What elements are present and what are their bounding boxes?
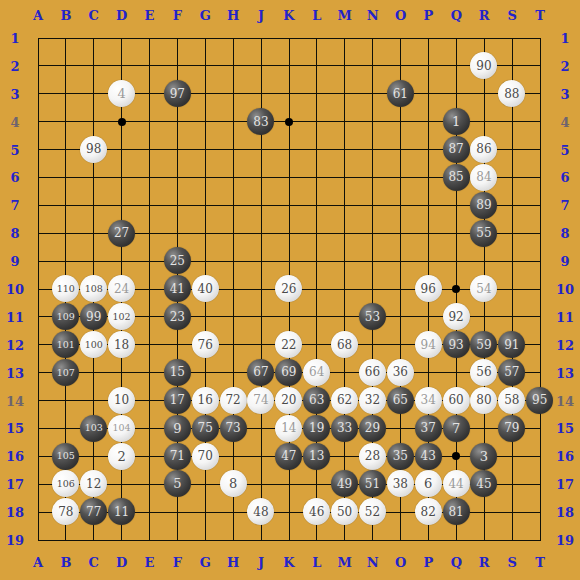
coord-label-left-13: 13 xyxy=(6,366,24,379)
white-stone-56: 56 xyxy=(470,359,497,386)
intersection-M14: 62 xyxy=(331,386,359,414)
move-number: 28 xyxy=(365,450,380,462)
coord-label-bottom-C: C xyxy=(89,556,99,569)
intersection-K16: 47 xyxy=(275,442,303,470)
black-stone-65: 65 xyxy=(387,387,414,414)
move-number: 24 xyxy=(114,283,129,295)
move-number: 13 xyxy=(309,450,324,462)
intersection-R14: 80 xyxy=(470,386,498,414)
coord-label-bottom-M: M xyxy=(338,556,352,569)
board-grid[interactable]: 1234567891011121314151617181920222324252… xyxy=(24,24,554,554)
move-number: 67 xyxy=(253,366,268,378)
black-stone-47: 47 xyxy=(275,443,302,470)
move-number: 70 xyxy=(198,450,213,462)
move-number: 102 xyxy=(113,312,131,322)
white-stone-16: 16 xyxy=(192,387,219,414)
coord-label-left-18: 18 xyxy=(6,506,24,519)
move-number: 27 xyxy=(114,227,129,239)
coord-label-top-S: S xyxy=(507,9,516,22)
intersection-K10: 26 xyxy=(275,275,303,303)
coord-label-top-M: M xyxy=(338,9,352,22)
intersection-D14: 10 xyxy=(108,386,136,414)
coord-label-top-E: E xyxy=(145,9,155,22)
intersection-C5: 98 xyxy=(80,136,108,164)
coord-label-bottom-F: F xyxy=(173,556,182,569)
intersection-P15: 37 xyxy=(414,414,442,442)
move-number: 88 xyxy=(504,88,519,100)
move-number: 47 xyxy=(281,450,296,462)
move-number: 87 xyxy=(448,143,463,155)
coord-label-bottom-R: R xyxy=(479,556,490,569)
coord-label-right-12: 12 xyxy=(556,338,574,351)
coord-label-bottom-E: E xyxy=(145,556,155,569)
coord-label-bottom-Q: Q xyxy=(451,556,462,569)
intersection-C11: 99 xyxy=(80,303,108,331)
move-number: 32 xyxy=(365,394,380,406)
intersection-D15: 104 xyxy=(108,414,136,442)
coord-label-right-17: 17 xyxy=(556,478,574,491)
intersection-O14: 65 xyxy=(386,386,414,414)
move-number: 65 xyxy=(393,394,408,406)
intersection-M15: 33 xyxy=(331,414,359,442)
move-number: 55 xyxy=(476,227,491,239)
white-stone-44: 44 xyxy=(443,470,470,497)
intersection-D16: 2 xyxy=(108,442,136,470)
white-stone-18: 18 xyxy=(108,331,135,358)
intersection-F3: 97 xyxy=(163,80,191,108)
move-number: 85 xyxy=(448,171,463,183)
intersection-S3: 88 xyxy=(498,80,526,108)
black-stone-57: 57 xyxy=(498,359,525,386)
intersection-C10: 108 xyxy=(80,275,108,303)
coord-label-bottom-K: K xyxy=(283,556,294,569)
coord-label-top-F: F xyxy=(173,9,182,22)
intersection-S15: 79 xyxy=(498,414,526,442)
white-stone-92: 92 xyxy=(443,303,470,330)
intersection-F14: 17 xyxy=(163,386,191,414)
coord-label-top-K: K xyxy=(283,9,294,22)
move-number: 86 xyxy=(476,143,491,155)
intersection-D12: 18 xyxy=(108,331,136,359)
white-stone-20: 20 xyxy=(275,387,302,414)
intersection-F17: 5 xyxy=(163,470,191,498)
white-stone-104: 104 xyxy=(108,415,135,442)
coord-label-bottom-H: H xyxy=(227,556,239,569)
white-stone-102: 102 xyxy=(108,303,135,330)
intersection-P17: 6 xyxy=(414,470,442,498)
black-stone-71: 71 xyxy=(164,443,191,470)
intersection-C12: 100 xyxy=(80,331,108,359)
white-stone-94: 94 xyxy=(415,331,442,358)
move-number: 98 xyxy=(86,143,101,155)
move-number: 107 xyxy=(57,368,75,378)
white-stone-32: 32 xyxy=(359,387,386,414)
white-stone-8: 8 xyxy=(220,470,247,497)
white-stone-36: 36 xyxy=(387,359,414,386)
coord-label-left-1: 1 xyxy=(10,32,19,45)
white-stone-84: 84 xyxy=(470,164,497,191)
intersection-P16: 43 xyxy=(414,442,442,470)
intersection-Q5: 87 xyxy=(442,136,470,164)
coord-label-right-8: 8 xyxy=(560,227,569,240)
intersection-H14: 72 xyxy=(219,386,247,414)
black-stone-93: 93 xyxy=(443,331,470,358)
intersection-R7: 89 xyxy=(470,191,498,219)
black-stone-45: 45 xyxy=(470,470,497,497)
coord-label-right-15: 15 xyxy=(556,422,574,435)
coord-label-left-5: 5 xyxy=(10,143,19,156)
coord-label-top-P: P xyxy=(424,9,434,22)
black-stone-67: 67 xyxy=(247,359,274,386)
black-stone-89: 89 xyxy=(470,192,497,219)
coord-label-right-10: 10 xyxy=(556,283,574,296)
black-stone-107: 107 xyxy=(52,359,79,386)
intersection-G15: 75 xyxy=(191,414,219,442)
coord-label-top-A: A xyxy=(33,9,43,22)
move-number: 12 xyxy=(86,478,101,490)
move-number: 25 xyxy=(170,255,185,267)
move-number: 38 xyxy=(393,478,408,490)
move-number: 94 xyxy=(421,339,436,351)
white-stone-14: 14 xyxy=(275,415,302,442)
coord-label-right-3: 3 xyxy=(560,87,569,100)
move-number: 103 xyxy=(85,423,103,433)
coord-label-top-T: T xyxy=(535,9,545,22)
white-stone-86: 86 xyxy=(470,136,497,163)
intersection-Q15: 7 xyxy=(442,414,470,442)
intersection-L13: 64 xyxy=(303,359,331,387)
move-number: 48 xyxy=(253,506,268,518)
black-stone-63: 63 xyxy=(303,387,330,414)
intersection-N11: 53 xyxy=(359,303,387,331)
coord-label-top-R: R xyxy=(479,9,490,22)
go-board[interactable]: AABBCCDDEEFFGGHHJJKKLLMMNNOOPPQQRRSSTT11… xyxy=(0,0,580,580)
white-stone-100: 100 xyxy=(80,331,107,358)
black-stone-25: 25 xyxy=(164,247,191,274)
move-number: 80 xyxy=(476,394,491,406)
intersection-J13: 67 xyxy=(247,359,275,387)
move-number: 104 xyxy=(113,423,131,433)
intersection-B12: 101 xyxy=(52,331,80,359)
coord-label-right-16: 16 xyxy=(556,450,574,463)
move-number: 84 xyxy=(476,171,491,183)
move-number: 92 xyxy=(448,311,463,323)
coord-label-left-11: 11 xyxy=(6,310,24,323)
coord-label-left-19: 19 xyxy=(6,534,24,547)
white-stone-76: 76 xyxy=(192,331,219,358)
intersection-Q18: 81 xyxy=(442,498,470,526)
black-stone-29: 29 xyxy=(359,415,386,442)
white-stone-34: 34 xyxy=(415,387,442,414)
move-number: 83 xyxy=(253,116,268,128)
move-number: 2 xyxy=(117,450,125,463)
white-stone-80: 80 xyxy=(470,387,497,414)
white-stone-40: 40 xyxy=(192,275,219,302)
intersection-B11: 109 xyxy=(52,303,80,331)
coord-label-bottom-P: P xyxy=(424,556,434,569)
coord-label-bottom-T: T xyxy=(535,556,545,569)
intersection-F10: 41 xyxy=(163,275,191,303)
intersection-C17: 12 xyxy=(80,470,108,498)
move-number: 1 xyxy=(452,115,460,128)
move-number: 69 xyxy=(281,366,296,378)
move-number: 56 xyxy=(476,366,491,378)
coord-label-top-G: G xyxy=(200,9,211,22)
intersection-D3: 4 xyxy=(108,80,136,108)
coord-label-top-H: H xyxy=(227,9,239,22)
black-stone-27: 27 xyxy=(108,220,135,247)
intersection-R13: 56 xyxy=(470,359,498,387)
coord-label-top-O: O xyxy=(395,9,406,22)
black-stone-101: 101 xyxy=(52,331,79,358)
move-number: 4 xyxy=(117,87,125,100)
move-number: 78 xyxy=(58,506,73,518)
intersection-O13: 36 xyxy=(386,359,414,387)
coord-label-left-12: 12 xyxy=(6,338,24,351)
black-stone-51: 51 xyxy=(359,470,386,497)
move-number: 10 xyxy=(114,394,129,406)
move-number: 3 xyxy=(480,450,488,463)
coord-label-bottom-D: D xyxy=(116,556,127,569)
white-stone-108: 108 xyxy=(80,275,107,302)
move-number: 29 xyxy=(365,422,380,434)
intersection-F16: 71 xyxy=(163,442,191,470)
intersection-M12: 68 xyxy=(331,331,359,359)
intersection-J14: 74 xyxy=(247,386,275,414)
white-stone-12: 12 xyxy=(80,470,107,497)
coord-label-bottom-L: L xyxy=(312,556,321,569)
move-number: 61 xyxy=(393,88,408,100)
intersection-T14: 95 xyxy=(526,386,554,414)
white-stone-66: 66 xyxy=(359,359,386,386)
coord-label-right-13: 13 xyxy=(556,366,574,379)
move-number: 53 xyxy=(365,311,380,323)
intersection-R16: 3 xyxy=(470,442,498,470)
black-stone-15: 15 xyxy=(164,359,191,386)
black-stone-23: 23 xyxy=(164,303,191,330)
black-stone-55: 55 xyxy=(470,220,497,247)
move-number: 33 xyxy=(337,422,352,434)
intersection-B13: 107 xyxy=(52,359,80,387)
coord-label-top-J: J xyxy=(258,9,264,22)
black-stone-87: 87 xyxy=(443,136,470,163)
move-number: 9 xyxy=(173,422,181,435)
black-stone-37: 37 xyxy=(415,415,442,442)
move-number: 74 xyxy=(253,394,268,406)
intersection-G12: 76 xyxy=(191,331,219,359)
white-stone-70: 70 xyxy=(192,443,219,470)
white-stone-2: 2 xyxy=(108,443,135,470)
move-number: 40 xyxy=(198,283,213,295)
white-stone-106: 106 xyxy=(52,470,79,497)
intersection-H17: 8 xyxy=(219,470,247,498)
move-number: 20 xyxy=(281,394,296,406)
move-number: 93 xyxy=(448,339,463,351)
intersection-S12: 91 xyxy=(498,331,526,359)
white-stone-88: 88 xyxy=(498,80,525,107)
intersection-B17: 106 xyxy=(52,470,80,498)
black-stone-41: 41 xyxy=(164,275,191,302)
intersection-D11: 102 xyxy=(108,303,136,331)
move-number: 50 xyxy=(337,506,352,518)
coord-label-left-2: 2 xyxy=(10,59,19,72)
intersection-N15: 29 xyxy=(359,414,387,442)
coord-label-top-L: L xyxy=(312,9,321,22)
intersection-C18: 77 xyxy=(80,498,108,526)
white-stone-110: 110 xyxy=(52,275,79,302)
coord-label-left-15: 15 xyxy=(6,422,24,435)
coord-label-right-18: 18 xyxy=(556,506,574,519)
intersection-N13: 66 xyxy=(359,359,387,387)
coord-label-bottom-B: B xyxy=(60,556,71,569)
move-number: 60 xyxy=(448,394,463,406)
coord-label-bottom-J: J xyxy=(258,556,264,569)
move-number: 44 xyxy=(448,478,463,490)
black-stone-59: 59 xyxy=(470,331,497,358)
white-stone-82: 82 xyxy=(415,498,442,525)
black-stone-75: 75 xyxy=(192,415,219,442)
intersection-Q11: 92 xyxy=(442,303,470,331)
white-stone-52: 52 xyxy=(359,498,386,525)
white-stone-96: 96 xyxy=(415,275,442,302)
coord-label-bottom-A: A xyxy=(33,556,43,569)
intersection-J4: 83 xyxy=(247,108,275,136)
move-number: 52 xyxy=(365,506,380,518)
coord-label-bottom-S: S xyxy=(507,556,516,569)
move-number: 100 xyxy=(85,340,103,350)
intersection-L15: 19 xyxy=(303,414,331,442)
move-number: 101 xyxy=(57,340,75,350)
move-number: 95 xyxy=(532,394,547,406)
intersection-Q17: 44 xyxy=(442,470,470,498)
black-stone-35: 35 xyxy=(387,443,414,470)
white-stone-60: 60 xyxy=(443,387,470,414)
intersection-K12: 22 xyxy=(275,331,303,359)
black-stone-83: 83 xyxy=(247,108,274,135)
coord-label-left-4: 4 xyxy=(10,115,19,128)
black-stone-79: 79 xyxy=(498,415,525,442)
white-stone-74: 74 xyxy=(247,387,274,414)
intersection-P18: 82 xyxy=(414,498,442,526)
coord-label-bottom-O: O xyxy=(395,556,406,569)
intersection-L14: 63 xyxy=(303,386,331,414)
black-stone-5: 5 xyxy=(164,470,191,497)
coord-label-top-D: D xyxy=(116,9,127,22)
intersection-Q12: 93 xyxy=(442,331,470,359)
black-stone-105: 105 xyxy=(52,443,79,470)
white-stone-4: 4 xyxy=(108,80,135,107)
black-stone-13: 13 xyxy=(303,443,330,470)
coord-label-right-6: 6 xyxy=(560,171,569,184)
black-stone-53: 53 xyxy=(359,303,386,330)
move-number: 17 xyxy=(170,394,185,406)
black-stone-61: 61 xyxy=(387,80,414,107)
coord-label-left-16: 16 xyxy=(6,450,24,463)
move-number: 34 xyxy=(421,394,436,406)
white-stone-62: 62 xyxy=(331,387,358,414)
move-number: 49 xyxy=(337,478,352,490)
intersection-B10: 110 xyxy=(52,275,80,303)
white-stone-24: 24 xyxy=(108,275,135,302)
black-stone-33: 33 xyxy=(331,415,358,442)
move-number: 54 xyxy=(476,283,491,295)
black-stone-17: 17 xyxy=(164,387,191,414)
intersection-F15: 9 xyxy=(163,414,191,442)
black-stone-99: 99 xyxy=(80,303,107,330)
white-stone-38: 38 xyxy=(387,470,414,497)
move-number: 26 xyxy=(281,283,296,295)
coord-label-top-B: B xyxy=(60,9,71,22)
move-number: 15 xyxy=(170,366,185,378)
black-stone-109: 109 xyxy=(52,303,79,330)
move-number: 75 xyxy=(198,422,213,434)
black-stone-11: 11 xyxy=(108,498,135,525)
intersection-G16: 70 xyxy=(191,442,219,470)
move-number: 43 xyxy=(421,450,436,462)
black-stone-9: 9 xyxy=(164,415,191,442)
move-number: 106 xyxy=(57,479,75,489)
move-number: 82 xyxy=(421,506,436,518)
move-number: 73 xyxy=(225,422,240,434)
intersection-R5: 86 xyxy=(470,136,498,164)
intersection-R8: 55 xyxy=(470,219,498,247)
move-number: 96 xyxy=(421,283,436,295)
intersection-Q4: 1 xyxy=(442,108,470,136)
coord-label-left-7: 7 xyxy=(10,199,19,212)
move-number: 18 xyxy=(114,339,129,351)
move-number: 58 xyxy=(504,394,519,406)
black-stone-97: 97 xyxy=(164,80,191,107)
white-stone-78: 78 xyxy=(52,498,79,525)
black-stone-1: 1 xyxy=(443,108,470,135)
move-number: 51 xyxy=(365,478,380,490)
move-number: 63 xyxy=(309,394,324,406)
move-number: 36 xyxy=(393,366,408,378)
move-number: 41 xyxy=(170,283,185,295)
move-number: 22 xyxy=(281,339,296,351)
black-stone-81: 81 xyxy=(443,498,470,525)
move-number: 79 xyxy=(504,422,519,434)
black-stone-103: 103 xyxy=(80,415,107,442)
white-stone-46: 46 xyxy=(303,498,330,525)
intersection-O16: 35 xyxy=(386,442,414,470)
move-number: 108 xyxy=(85,284,103,294)
black-stone-91: 91 xyxy=(498,331,525,358)
move-number: 99 xyxy=(86,311,101,323)
white-stone-28: 28 xyxy=(359,443,386,470)
white-stone-10: 10 xyxy=(108,387,135,414)
move-number: 19 xyxy=(309,422,324,434)
move-number: 89 xyxy=(476,199,491,211)
move-number: 57 xyxy=(504,366,519,378)
coord-label-right-2: 2 xyxy=(560,59,569,72)
intersection-K14: 20 xyxy=(275,386,303,414)
coord-label-left-10: 10 xyxy=(6,283,24,296)
coord-label-left-8: 8 xyxy=(10,227,19,240)
intersection-N16: 28 xyxy=(359,442,387,470)
intersection-H15: 73 xyxy=(219,414,247,442)
intersection-D18: 11 xyxy=(108,498,136,526)
move-number: 97 xyxy=(170,88,185,100)
coord-label-right-7: 7 xyxy=(560,199,569,212)
move-number: 46 xyxy=(309,506,324,518)
coord-label-right-1: 1 xyxy=(560,32,569,45)
white-stone-58: 58 xyxy=(498,387,525,414)
move-number: 66 xyxy=(365,366,380,378)
intersection-R17: 45 xyxy=(470,470,498,498)
move-number: 5 xyxy=(173,477,181,490)
move-number: 45 xyxy=(476,478,491,490)
